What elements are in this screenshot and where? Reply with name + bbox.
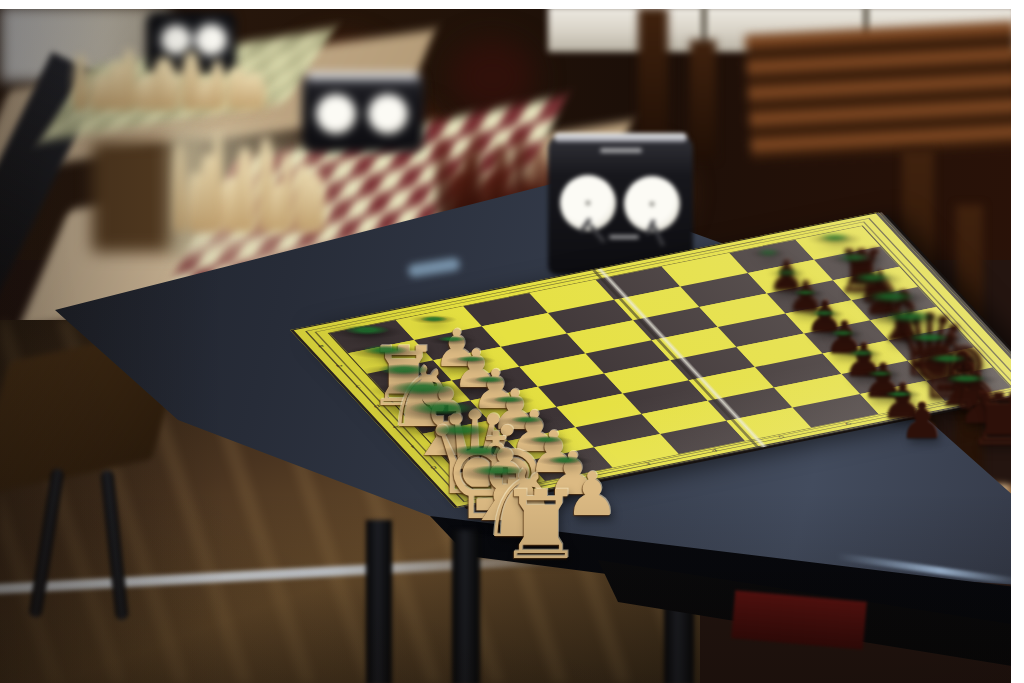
blurred-piece: [122, 48, 137, 110]
table-leg: [366, 520, 392, 683]
clock-dial: [316, 94, 356, 134]
blurred-piece: [245, 167, 257, 232]
tournament-hall-photo: 12345678abcdefgh ♜♞♝♛♚♝♞♜♟♟♟♟♟♟♟♟♟♟♟♟♟♟♟…: [0, 0, 1024, 683]
chair-post: [690, 40, 716, 160]
photo-margin-top: [0, 0, 1024, 9]
blurred-piece: [73, 54, 88, 110]
background-white-pieces-middle: [168, 132, 313, 232]
clock-dial-right: [624, 176, 680, 232]
clock-pin: [650, 202, 654, 206]
background-white-pieces-far: [66, 48, 251, 110]
blurred-piece: [174, 142, 186, 232]
blurred-piece: [164, 70, 179, 110]
clock-hand: [652, 225, 665, 247]
chair-post: [638, 8, 668, 153]
stacked-chairs: [745, 21, 1021, 160]
blurred-piece: [212, 132, 224, 232]
clock-hand: [588, 224, 605, 243]
clock-rim: [554, 133, 687, 142]
blurred-piece: [281, 152, 293, 232]
blurred-piece: [240, 73, 266, 110]
red-frame-label: [731, 590, 867, 649]
table-leg: [452, 530, 480, 683]
blurred-piece: [210, 60, 225, 110]
blurred-piece: [304, 172, 324, 232]
chess-clock-middle[interactable]: [302, 72, 424, 152]
clock-pin: [586, 201, 590, 205]
clock-dial-left: [560, 175, 616, 231]
clock-brand-mark: [609, 235, 639, 239]
clock-brand-mark: [600, 148, 642, 153]
clock-dial: [368, 94, 408, 134]
photo-margin-right: [1011, 0, 1024, 683]
clock-rim: [307, 72, 419, 81]
